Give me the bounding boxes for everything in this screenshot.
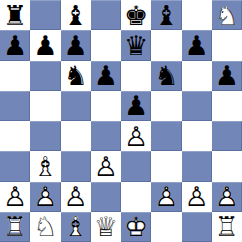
square-e6[interactable] <box>121 61 151 91</box>
piece-white-king: ♔ <box>121 212 151 242</box>
square-f7[interactable] <box>151 30 181 60</box>
square-d1[interactable]: ♛♕ <box>91 212 121 242</box>
piece-black-bishop: ♝ <box>151 0 181 30</box>
square-g3[interactable] <box>182 151 212 181</box>
square-c2[interactable]: ♟♙ <box>61 182 91 212</box>
square-b2[interactable]: ♟♙ <box>30 182 60 212</box>
square-h1[interactable]: ♜♖ <box>212 212 242 242</box>
square-c7[interactable]: ♟ <box>61 30 91 60</box>
square-e2[interactable] <box>121 182 151 212</box>
square-d7[interactable] <box>91 30 121 60</box>
square-d6[interactable]: ♟ <box>91 61 121 91</box>
square-h2[interactable]: ♟♙ <box>212 182 242 212</box>
square-a6[interactable] <box>0 61 30 91</box>
square-b6[interactable] <box>30 61 60 91</box>
square-c5[interactable] <box>61 91 91 121</box>
square-a8[interactable]: ♜ <box>0 0 30 30</box>
square-h6[interactable]: ♟ <box>212 61 242 91</box>
piece-white-pawn-fill: ♟ <box>212 182 242 212</box>
piece-white-pawn-fill: ♟ <box>0 182 30 212</box>
piece-black-pawn: ♟ <box>30 30 60 60</box>
square-b4[interactable] <box>30 121 60 151</box>
square-d8[interactable] <box>91 0 121 30</box>
square-e7[interactable]: ♛ <box>121 30 151 60</box>
square-h7[interactable] <box>212 30 242 60</box>
piece-white-pawn-fill: ♟ <box>61 182 91 212</box>
piece-white-rook-fill: ♜ <box>212 212 242 242</box>
piece-white-pawn: ♙ <box>121 121 151 151</box>
square-g4[interactable] <box>182 121 212 151</box>
piece-white-pawn: ♙ <box>61 182 91 212</box>
piece-black-rook: ♜ <box>0 0 30 30</box>
square-e5[interactable]: ♟ <box>121 91 151 121</box>
piece-black-pawn: ♟ <box>212 61 242 91</box>
piece-white-pawn-fill: ♟ <box>30 182 60 212</box>
square-c6[interactable]: ♞ <box>61 61 91 91</box>
piece-black-pawn: ♟ <box>0 30 30 60</box>
piece-white-pawn: ♙ <box>30 182 60 212</box>
square-b3[interactable]: ♝♗ <box>30 151 60 181</box>
square-e3[interactable] <box>121 151 151 181</box>
square-f3[interactable] <box>151 151 181 181</box>
square-g6[interactable] <box>182 61 212 91</box>
piece-white-bishop: ♗ <box>61 212 91 242</box>
square-a1[interactable]: ♜♖ <box>0 212 30 242</box>
piece-white-pawn-fill: ♟ <box>151 182 181 212</box>
square-e1[interactable]: ♚♔ <box>121 212 151 242</box>
piece-white-king-fill: ♚ <box>121 212 151 242</box>
piece-white-knight: ♘ <box>212 0 242 30</box>
square-d4[interactable] <box>91 121 121 151</box>
piece-black-pawn: ♟ <box>121 91 151 121</box>
piece-white-rook: ♖ <box>212 212 242 242</box>
chess-board: ♜♝♚♝♞♘♟♟♟♛♟♞♟♞♟♟♟♙♝♗♟♙♟♙♟♙♟♙♟♙♟♙♟♙♜♖♞♘♝♗… <box>0 0 242 242</box>
piece-white-bishop: ♗ <box>30 151 60 181</box>
square-d5[interactable] <box>91 91 121 121</box>
square-h8[interactable]: ♞♘ <box>212 0 242 30</box>
piece-white-knight-fill: ♞ <box>30 212 60 242</box>
piece-black-king: ♚ <box>121 0 151 30</box>
square-h5[interactable] <box>212 91 242 121</box>
square-f5[interactable] <box>151 91 181 121</box>
square-a7[interactable]: ♟ <box>0 30 30 60</box>
square-a5[interactable] <box>0 91 30 121</box>
piece-white-knight-fill: ♞ <box>212 0 242 30</box>
piece-white-rook: ♖ <box>0 212 30 242</box>
square-f2[interactable]: ♟♙ <box>151 182 181 212</box>
square-a2[interactable]: ♟♙ <box>0 182 30 212</box>
piece-white-pawn: ♙ <box>151 182 181 212</box>
piece-white-queen: ♕ <box>91 212 121 242</box>
square-h4[interactable] <box>212 121 242 151</box>
piece-black-knight: ♞ <box>151 61 181 91</box>
square-c3[interactable] <box>61 151 91 181</box>
piece-white-pawn: ♙ <box>0 182 30 212</box>
piece-white-rook-fill: ♜ <box>0 212 30 242</box>
piece-white-knight: ♘ <box>30 212 60 242</box>
square-c1[interactable]: ♝♗ <box>61 212 91 242</box>
piece-black-pawn: ♟ <box>61 30 91 60</box>
square-g1[interactable] <box>182 212 212 242</box>
piece-black-bishop: ♝ <box>61 0 91 30</box>
square-a3[interactable] <box>0 151 30 181</box>
square-b8[interactable] <box>30 0 60 30</box>
piece-white-pawn-fill: ♟ <box>182 182 212 212</box>
piece-white-bishop-fill: ♝ <box>30 151 60 181</box>
piece-black-knight: ♞ <box>61 61 91 91</box>
square-f8[interactable]: ♝ <box>151 0 181 30</box>
piece-white-bishop-fill: ♝ <box>61 212 91 242</box>
square-d3[interactable]: ♟♙ <box>91 151 121 181</box>
square-c4[interactable] <box>61 121 91 151</box>
piece-black-pawn: ♟ <box>182 30 212 60</box>
square-g8[interactable] <box>182 0 212 30</box>
piece-white-pawn-fill: ♟ <box>121 121 151 151</box>
square-f1[interactable] <box>151 212 181 242</box>
square-h3[interactable] <box>212 151 242 181</box>
piece-black-queen: ♛ <box>121 30 151 60</box>
square-a4[interactable] <box>0 121 30 151</box>
square-b1[interactable]: ♞♘ <box>30 212 60 242</box>
square-g2[interactable]: ♟♙ <box>182 182 212 212</box>
square-d2[interactable] <box>91 182 121 212</box>
square-c8[interactable]: ♝ <box>61 0 91 30</box>
square-g5[interactable] <box>182 91 212 121</box>
square-f4[interactable] <box>151 121 181 151</box>
piece-white-pawn: ♙ <box>182 182 212 212</box>
piece-white-queen-fill: ♛ <box>91 212 121 242</box>
square-b7[interactable]: ♟ <box>30 30 60 60</box>
square-g7[interactable]: ♟ <box>182 30 212 60</box>
piece-white-pawn: ♙ <box>91 151 121 181</box>
piece-black-pawn: ♟ <box>91 61 121 91</box>
square-b5[interactable] <box>30 91 60 121</box>
square-e8[interactable]: ♚ <box>121 0 151 30</box>
square-f6[interactable]: ♞ <box>151 61 181 91</box>
piece-white-pawn-fill: ♟ <box>91 151 121 181</box>
piece-white-pawn: ♙ <box>212 182 242 212</box>
square-e4[interactable]: ♟♙ <box>121 121 151 151</box>
